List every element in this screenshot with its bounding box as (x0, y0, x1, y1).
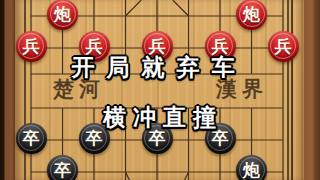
piece-character: 卒 (54, 162, 71, 179)
piece-character: 炮 (243, 162, 260, 179)
piece-character: 卒 (86, 130, 103, 147)
piece-black-soldier-file1[interactable]: 卒 (16, 123, 47, 154)
piece-red-soldier-file9[interactable]: 兵 (268, 31, 299, 62)
piece-red-soldier-file1[interactable]: 兵 (16, 31, 47, 62)
caption-line-2: 横冲直撞 (103, 105, 223, 129)
piece-character: 卒 (149, 130, 166, 147)
piece-character: 兵 (149, 38, 166, 55)
piece-character: 卒 (212, 130, 229, 147)
caption-line-1: 开局就弃车 (72, 55, 247, 79)
piece-character: 兵 (275, 38, 292, 55)
piece-character: 卒 (23, 130, 40, 147)
piece-red-cannon-file8[interactable]: 炮 (236, 0, 267, 30)
video-frame: 楚河 漢界 炮炮兵兵兵兵兵卒卒卒卒卒炮 开局就弃车 横冲直撞 (0, 0, 320, 180)
piece-character: 炮 (54, 6, 71, 23)
piece-character: 炮 (243, 6, 260, 23)
piece-red-cannon-file2[interactable]: 炮 (47, 0, 78, 30)
piece-character: 兵 (86, 38, 103, 55)
piece-character: 兵 (23, 38, 40, 55)
piece-character: 兵 (212, 38, 229, 55)
